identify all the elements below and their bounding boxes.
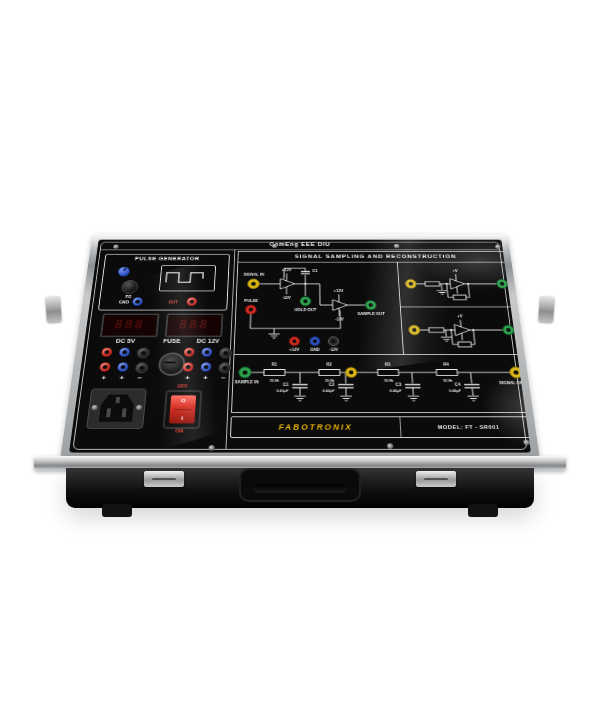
svg-text:SIGNAL IN: SIGNAL IN — [243, 272, 264, 276]
switch-on-label: ON — [162, 428, 196, 433]
sample-hold-circuit: SIGNAL IN +12V -12V C1 — [236, 263, 401, 352]
control-panel: ComEng EEE DIU PULSE GENERATOR FG GND — [69, 240, 531, 453]
pg-gnd-jack[interactable] — [132, 297, 143, 305]
amplifier-circuit-2: +V -V — [402, 308, 525, 352]
sampling-title: SIGNAL SAMPLING AND RECONSTRUCTION — [238, 252, 513, 263]
dc5v-neg-jack-2[interactable] — [135, 362, 148, 373]
rocker-crease — [174, 409, 192, 410]
svg-text:+V: +V — [457, 314, 463, 318]
sampling-section: SIGNAL SAMPLING AND RECONSTRUCTION SIGNA… — [231, 251, 531, 413]
inlet-screw-right — [136, 405, 142, 410]
pulse-jack[interactable] — [245, 305, 256, 314]
amplifier-circuit-1: +V -V — [399, 263, 518, 305]
dc12v-mid-jack-2[interactable] — [201, 362, 212, 371]
filter-mid-tap-jack[interactable] — [345, 367, 357, 377]
panel-screw — [209, 445, 215, 451]
filter-signal-out-jack[interactable] — [509, 367, 523, 378]
rocker-i-mark: I — [169, 415, 195, 420]
svg-text:SIGNAL OUT: SIGNAL OUT — [499, 380, 527, 385]
panel-screw — [272, 244, 277, 248]
dc12v-pos-jack-2[interactable] — [183, 362, 194, 371]
reconstruction-filter-circuit: R1 15.9k R2 15.9k R3 15.9k R4 15.9k — [234, 356, 531, 410]
sample-in-jack[interactable] — [239, 367, 252, 378]
side-latch-left[interactable] — [45, 296, 62, 323]
svg-text:0.05µF: 0.05µF — [449, 389, 462, 393]
dc5v-neg-jack-1[interactable] — [137, 348, 150, 359]
svg-text:PULSE: PULSE — [244, 299, 258, 303]
panel-screw — [387, 443, 393, 449]
svg-text:0.05µF: 0.05µF — [390, 389, 403, 393]
power-rocker-switch[interactable]: O I — [163, 390, 203, 429]
dc5v-sign-plus2: + — [116, 374, 127, 382]
case-foot-left — [102, 504, 132, 517]
case-latch-right[interactable] — [416, 471, 456, 487]
iec-power-inlet[interactable] — [86, 389, 147, 429]
pulse-generator-title: PULSE GENERATOR — [105, 256, 229, 261]
square-wave-icon — [160, 266, 212, 288]
svg-text:R4: R4 — [443, 362, 450, 367]
case-lid: ComEng EEE DIU PULSE GENERATOR FG GND — [60, 234, 540, 460]
svg-text:C2: C2 — [329, 382, 335, 387]
svg-text:0.02µF: 0.02µF — [322, 389, 335, 393]
square-wave-symbol-box — [159, 265, 216, 291]
handle-slot — [253, 484, 347, 493]
pg-out-jack[interactable] — [187, 297, 198, 305]
dc5v-pos-jack-1[interactable] — [101, 348, 112, 357]
amp1-in-jack[interactable] — [405, 279, 416, 288]
svg-text:SAMPLE OUT: SAMPLE OUT — [357, 312, 385, 316]
dc5v-mid-jack-1[interactable] — [119, 348, 130, 357]
display-digits: 888 — [113, 317, 147, 331]
dc12v-sign-plus2: + — [200, 374, 211, 382]
svg-text:-12V: -12V — [329, 347, 338, 352]
dc5v-mid-jack-2[interactable] — [117, 362, 128, 371]
svg-text:0.01µF: 0.01µF — [276, 389, 289, 393]
panel-header: ComEng EEE DIU — [98, 242, 503, 247]
svg-text:+V: +V — [452, 269, 458, 273]
svg-text:15.9k: 15.9k — [443, 379, 453, 383]
svg-text:C4: C4 — [455, 382, 462, 387]
fg-knob[interactable] — [121, 280, 139, 293]
panel-screw — [495, 245, 501, 249]
pg-out-label: OUT — [163, 300, 183, 305]
fuse-label: FUSE — [155, 338, 189, 344]
voltmeter-display-5v: 888 — [100, 314, 160, 338]
sample-out-jack[interactable] — [365, 300, 376, 309]
case-foot-right — [468, 504, 498, 517]
svg-text:SAMPLE IN: SAMPLE IN — [235, 380, 259, 385]
side-latch-right[interactable] — [538, 296, 555, 323]
amp2-out-jack[interactable] — [502, 325, 514, 335]
carry-handle[interactable] — [239, 468, 361, 502]
signal-in-jack[interactable] — [248, 279, 260, 289]
model-number: MODEL: FT - SR001 — [399, 417, 531, 437]
fuse-slot — [164, 362, 175, 364]
dc12v-sign-plus1: + — [182, 374, 193, 382]
switch-off-label: OFF — [166, 383, 199, 388]
frequency-knob[interactable] — [118, 267, 131, 277]
brand-name: FABOTRONIX — [231, 417, 401, 437]
fuse-holder[interactable] — [158, 353, 186, 376]
svg-text:+12V: +12V — [334, 289, 344, 293]
panel-screw — [113, 245, 119, 249]
case-latch-left[interactable] — [144, 471, 184, 487]
svg-text:R1: R1 — [272, 362, 278, 367]
rail-gnd-jack[interactable] — [310, 337, 320, 346]
pulse-generator-section: PULSE GENERATOR FG GND OUT — [98, 254, 230, 311]
display-digits: 888 — [178, 317, 211, 331]
dc12v-mid-jack-1[interactable] — [202, 348, 213, 357]
svg-text:15.9k: 15.9k — [269, 379, 279, 383]
svg-text:15.9k: 15.9k — [384, 379, 394, 383]
voltmeter-display-12v: 888 — [165, 314, 224, 338]
svg-text:C1: C1 — [283, 382, 289, 387]
rocker-o-mark: O — [171, 398, 196, 403]
inlet-pin-earth — [116, 397, 121, 403]
brand-strip: FABOTRONIX MODEL: FT - SR001 — [230, 416, 531, 438]
svg-text:C1: C1 — [312, 269, 318, 273]
dc12v-pos-jack-1[interactable] — [184, 348, 195, 357]
svg-text:+12V: +12V — [289, 347, 299, 352]
svg-text:-12V: -12V — [282, 296, 291, 300]
dc12v-label: DC 12V — [188, 338, 227, 344]
panel-screw — [523, 440, 530, 445]
dc5v-sign-plus1: + — [98, 374, 109, 382]
svg-text:C3: C3 — [395, 382, 402, 387]
dc12v-sign-minus: − — [218, 374, 229, 382]
amp1-out-jack[interactable] — [496, 279, 508, 288]
hold-out-jack[interactable] — [300, 297, 311, 306]
pg-gnd-label: GND — [107, 300, 129, 305]
amp2-in-jack[interactable] — [408, 325, 420, 335]
rocker-button[interactable]: O I — [169, 395, 196, 423]
svg-text:R2: R2 — [326, 362, 332, 367]
dc5v-label: DC 5V — [97, 338, 153, 344]
case-front — [66, 468, 534, 508]
svg-text:GND: GND — [310, 347, 320, 352]
svg-text:-12V: -12V — [335, 317, 344, 321]
rail-pos-jack[interactable] — [289, 337, 299, 346]
dc5v-pos-jack-2[interactable] — [99, 362, 111, 371]
svg-text:HOLD OUT: HOLD OUT — [295, 308, 317, 312]
rail-neg-jack[interactable] — [328, 337, 338, 346]
dc5v-sign-minus: − — [134, 374, 145, 382]
svg-text:R3: R3 — [385, 362, 392, 367]
panel-screw — [394, 244, 400, 248]
knob-pointer — [122, 267, 126, 271]
instrument-case: ComEng EEE DIU PULSE GENERATOR FG GND — [0, 0, 600, 718]
trainer-kit-photo: ComEng EEE DIU PULSE GENERATOR FG GND — [0, 0, 600, 718]
inlet-screw-left — [91, 405, 97, 410]
